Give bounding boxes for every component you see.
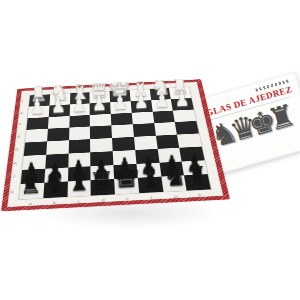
piece-white-pawn-c2: ♟ <box>68 95 90 117</box>
pawn-icon: ♟ <box>154 89 170 112</box>
piece-white-pawn-b2: ♟ <box>48 96 70 118</box>
rank-label-5: 5 <box>14 143 19 156</box>
piece-white-pawn-g2: ♟ <box>151 90 173 112</box>
piece-black-knight-b8: ♞ <box>42 174 67 199</box>
pieces-layer: ♜♞♝♛♚♝♞♜♟♟♟♟♟♟♟♟♟♟♟♟♟♟♟♟♜♞♝♛♚♝♞♜ <box>19 87 211 199</box>
pawn-icon: ♟ <box>112 91 128 114</box>
knight-icon: ♞ <box>42 164 66 199</box>
rank-label-8: 8 <box>9 184 14 199</box>
pawn-icon: ♟ <box>92 92 108 115</box>
piece-white-pawn-f2: ♟ <box>130 91 152 113</box>
piece-black-king-e8: ♚ <box>114 170 139 195</box>
bishop-icon: ♝ <box>137 156 163 194</box>
knight-icon: ♞ <box>162 158 186 193</box>
piece-black-bishop-f8: ♝ <box>138 169 163 194</box>
chess-board: abcdefgh 12345678 ♜♞♝♛♚♝♞♜♟♟♟♟♟♟♟♟♟♟♟♟♟♟… <box>5 31 219 245</box>
piece-white-pawn-h2: ♟ <box>172 89 194 111</box>
piece-white-pawn-d2: ♟ <box>89 94 111 116</box>
board-tilt-plane: abcdefgh 12345678 ♜♞♝♛♚♝♞♜♟♟♟♟♟♟♟♟♟♟♟♟♟♟… <box>1 79 230 211</box>
piece-black-rook-a8: ♜ <box>18 175 43 200</box>
rank-label-7: 7 <box>11 170 16 185</box>
pawn-icon: ♟ <box>175 88 191 111</box>
rank-label-2: 2 <box>19 107 23 119</box>
pawn-icon: ♟ <box>133 90 149 113</box>
rook-icon: ♜ <box>19 166 42 200</box>
piece-white-pawn-a2: ♟ <box>27 97 49 119</box>
rook-icon: ♜ <box>186 158 209 192</box>
pawn-icon: ♟ <box>30 95 46 118</box>
pawn-icon: ♟ <box>71 93 87 116</box>
scene: REGLAS DE AJEDREZ ♞♛♚♜ abcdefgh 12345678… <box>0 0 300 300</box>
pawn-icon: ♟ <box>50 94 66 117</box>
piece-white-pawn-e2: ♟ <box>110 93 132 115</box>
piece-black-rook-h8: ♜ <box>185 166 210 191</box>
rank-label-4: 4 <box>16 130 21 143</box>
piece-black-knight-g8: ♞ <box>162 167 187 192</box>
